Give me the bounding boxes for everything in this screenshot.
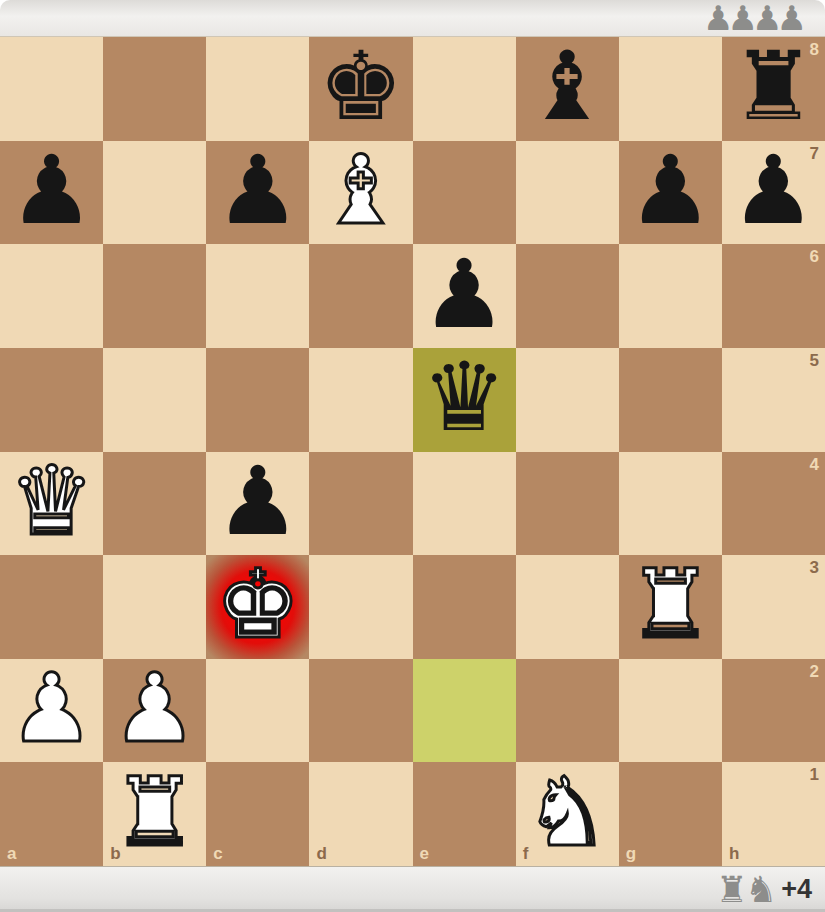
rank-label-7: 7 [810, 145, 819, 162]
rank-label-2: 2 [810, 663, 819, 680]
square-g5[interactable] [619, 348, 722, 452]
rank-label-1: 1 [810, 766, 819, 783]
black-pawn[interactable]: ♟ [215, 143, 300, 238]
square-f7[interactable] [516, 141, 619, 245]
square-c7[interactable]: ♟ [206, 141, 309, 245]
file-label-f: f [523, 845, 529, 862]
square-e4[interactable] [413, 452, 516, 556]
square-b4[interactable] [103, 452, 206, 556]
captured-pawn-icon: ♟ [777, 1, 807, 35]
square-h6[interactable]: 6 [722, 244, 825, 348]
square-a3[interactable] [0, 555, 103, 659]
captured-pieces-tray-top: ♟♟♟♟ [0, 0, 825, 37]
square-e6[interactable]: ♟ [413, 244, 516, 348]
captured-knight-icon: ♞ [745, 869, 777, 910]
square-c2[interactable] [206, 659, 309, 763]
chess-app-window: ♟♟♟♟ ♚♝♜8♟♟♝♟♟7♟6♛5♛♟4♚♜3♟♟2a♜bcde♞fg1h … [0, 0, 825, 912]
square-d8[interactable]: ♚ [309, 37, 412, 141]
square-f5[interactable] [516, 348, 619, 452]
square-d5[interactable] [309, 348, 412, 452]
square-h7[interactable]: ♟7 [722, 141, 825, 245]
black-pawn[interactable]: ♟ [215, 454, 300, 549]
square-g1[interactable]: g [619, 762, 722, 866]
square-c6[interactable] [206, 244, 309, 348]
square-b6[interactable] [103, 244, 206, 348]
white-king[interactable]: ♚ [215, 557, 300, 652]
square-d4[interactable] [309, 452, 412, 556]
square-b5[interactable] [103, 348, 206, 452]
white-queen[interactable]: ♛ [9, 454, 94, 549]
square-a7[interactable]: ♟ [0, 141, 103, 245]
material-score: +4 [781, 876, 812, 903]
square-d7[interactable]: ♝ [309, 141, 412, 245]
square-c3[interactable]: ♚ [206, 555, 309, 659]
white-rook[interactable]: ♜ [628, 557, 713, 652]
square-h5[interactable]: 5 [722, 348, 825, 452]
square-f3[interactable] [516, 555, 619, 659]
black-pawn[interactable]: ♟ [9, 143, 94, 238]
square-c4[interactable]: ♟ [206, 452, 309, 556]
white-pawn[interactable]: ♟ [9, 661, 94, 756]
square-d2[interactable] [309, 659, 412, 763]
white-rook[interactable]: ♜ [112, 765, 197, 860]
square-h1[interactable]: 1h [722, 762, 825, 866]
square-a4[interactable]: ♛ [0, 452, 103, 556]
square-d6[interactable] [309, 244, 412, 348]
chess-board[interactable]: ♚♝♜8♟♟♝♟♟7♟6♛5♛♟4♚♜3♟♟2a♜bcde♞fg1h [0, 37, 825, 866]
black-king[interactable]: ♚ [318, 39, 403, 134]
rank-label-8: 8 [810, 41, 819, 58]
square-h8[interactable]: ♜8 [722, 37, 825, 141]
square-d1[interactable]: d [309, 762, 412, 866]
square-c5[interactable] [206, 348, 309, 452]
square-a8[interactable] [0, 37, 103, 141]
square-b7[interactable] [103, 141, 206, 245]
square-e3[interactable] [413, 555, 516, 659]
square-a1[interactable]: a [0, 762, 103, 866]
black-pawn[interactable]: ♟ [421, 247, 506, 342]
square-g2[interactable] [619, 659, 722, 763]
square-d3[interactable] [309, 555, 412, 659]
square-f1[interactable]: ♞f [516, 762, 619, 866]
square-c1[interactable]: c [206, 762, 309, 866]
rank-label-6: 6 [810, 248, 819, 265]
black-rook[interactable]: ♜ [731, 39, 816, 134]
square-e8[interactable] [413, 37, 516, 141]
square-f2[interactable] [516, 659, 619, 763]
square-g3[interactable]: ♜ [619, 555, 722, 659]
square-f6[interactable] [516, 244, 619, 348]
file-label-b: b [110, 845, 120, 862]
rank-label-3: 3 [810, 559, 819, 576]
square-e1[interactable]: e [413, 762, 516, 866]
square-g4[interactable] [619, 452, 722, 556]
square-h4[interactable]: 4 [722, 452, 825, 556]
square-f8[interactable]: ♝ [516, 37, 619, 141]
rank-label-5: 5 [810, 352, 819, 369]
white-knight[interactable]: ♞ [525, 765, 610, 860]
file-label-a: a [7, 845, 16, 862]
bottom-tray-icons: ♜♞ [719, 872, 778, 908]
square-h3[interactable]: 3 [722, 555, 825, 659]
square-g8[interactable] [619, 37, 722, 141]
square-g6[interactable] [619, 244, 722, 348]
black-pawn[interactable]: ♟ [628, 143, 713, 238]
square-b2[interactable]: ♟ [103, 659, 206, 763]
white-bishop[interactable]: ♝ [318, 143, 403, 238]
square-h2[interactable]: 2 [722, 659, 825, 763]
square-e7[interactable] [413, 141, 516, 245]
square-f4[interactable] [516, 452, 619, 556]
square-a2[interactable]: ♟ [0, 659, 103, 763]
square-e5[interactable]: ♛ [413, 348, 516, 452]
file-label-c: c [213, 845, 222, 862]
square-e2[interactable] [413, 659, 516, 763]
captured-rook-icon: ♜ [716, 869, 748, 910]
square-b3[interactable] [103, 555, 206, 659]
square-a6[interactable] [0, 244, 103, 348]
square-b1[interactable]: ♜b [103, 762, 206, 866]
square-b8[interactable] [103, 37, 206, 141]
square-a5[interactable] [0, 348, 103, 452]
black-queen[interactable]: ♛ [421, 350, 506, 445]
file-label-g: g [626, 845, 636, 862]
file-label-e: e [420, 845, 429, 862]
square-c8[interactable] [206, 37, 309, 141]
file-label-h: h [729, 845, 739, 862]
captured-pieces-tray-bottom: ♜♞ +4 [0, 866, 825, 912]
white-pawn[interactable]: ♟ [112, 661, 197, 756]
rank-label-4: 4 [810, 456, 819, 473]
black-bishop[interactable]: ♝ [525, 39, 610, 134]
file-label-d: d [316, 845, 326, 862]
black-pawn[interactable]: ♟ [731, 143, 816, 238]
square-g7[interactable]: ♟ [619, 141, 722, 245]
